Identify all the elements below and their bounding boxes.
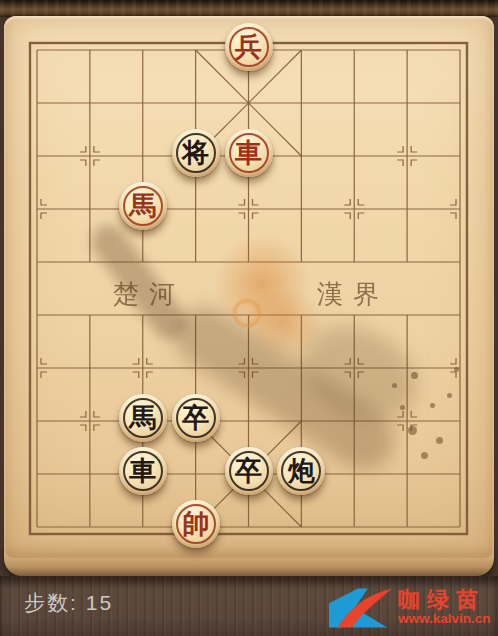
piece-black-chariot[interactable]: 車 [119, 447, 167, 495]
xiangqi-app: 楚河 漢界 兵将車馬馬卒車卒炮帥 步数:15 咖绿茵 www.kalvin.cn [0, 0, 498, 636]
piece-red-soldier[interactable]: 兵 [225, 23, 273, 71]
move-counter: 步数:15 [24, 589, 113, 617]
top-wood-plank [0, 0, 498, 17]
brand-logo-icon [328, 588, 392, 628]
move-counter-label: 步数: [24, 591, 78, 614]
piece-red-general[interactable]: 帥 [172, 500, 220, 548]
piece-black-soldier[interactable]: 卒 [172, 394, 220, 442]
river-label-right: 漢界 [317, 277, 389, 312]
piece-glyph: 帥 [182, 510, 209, 537]
piece-glyph: 炮 [288, 457, 315, 484]
piece-black-horse[interactable]: 馬 [119, 394, 167, 442]
brand-url: www.kalvin.cn [398, 611, 491, 626]
piece-red-horse[interactable]: 馬 [119, 182, 167, 230]
move-counter-value: 15 [86, 591, 113, 614]
piece-black-general[interactable]: 将 [172, 129, 220, 177]
piece-glyph: 兵 [235, 33, 262, 60]
piece-black-soldier[interactable]: 卒 [225, 447, 273, 495]
piece-glyph: 車 [235, 139, 262, 166]
piece-glyph: 卒 [235, 457, 262, 484]
piece-glyph: 馬 [129, 404, 156, 431]
piece-glyph: 馬 [129, 192, 156, 219]
river-label-left: 楚河 [113, 277, 185, 312]
piece-glyph: 車 [129, 457, 156, 484]
piece-red-chariot[interactable]: 車 [225, 129, 273, 177]
piece-glyph: 将 [182, 139, 209, 166]
piece-glyph: 卒 [182, 404, 209, 431]
